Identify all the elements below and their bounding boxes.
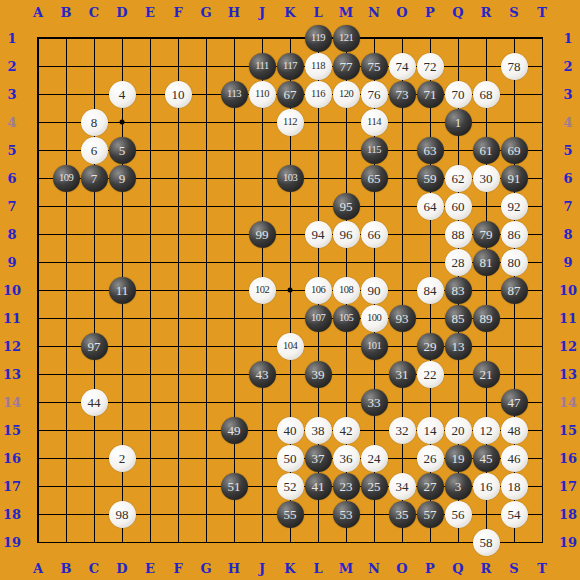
row-label-3: 3 [7, 88, 16, 101]
stone-white-Q15: 20 [445, 417, 472, 444]
stone-black-P3: 71 [417, 81, 444, 108]
stone-black-D6: 9 [109, 165, 136, 192]
row-label-15: 15 [559, 424, 577, 437]
row-label-18: 18 [3, 508, 21, 521]
stone-white-S15: 48 [501, 417, 528, 444]
stone-black-H17: 51 [221, 473, 248, 500]
row-label-13: 13 [559, 368, 577, 381]
stone-black-L1: 119 [305, 25, 332, 52]
column-label-E: E [145, 6, 155, 19]
stone-black-R9: 81 [473, 249, 500, 276]
stone-black-M17: 23 [333, 473, 360, 500]
stone-white-C4: 8 [81, 109, 108, 136]
stone-black-N14: 33 [361, 389, 388, 416]
stone-black-N12: 101 [361, 333, 388, 360]
stone-white-N3: 76 [361, 81, 388, 108]
stone-black-S10: 87 [501, 277, 528, 304]
stone-black-M2: 77 [333, 53, 360, 80]
go-board[interactable]: 1234567891011121314161819202122232425262… [24, 24, 556, 556]
row-label-14: 14 [3, 396, 21, 409]
stone-white-M10: 108 [333, 277, 360, 304]
stone-black-J13: 43 [249, 361, 276, 388]
stone-white-S8: 86 [501, 221, 528, 248]
stone-white-L8: 94 [305, 221, 332, 248]
row-label-11: 11 [559, 312, 577, 325]
stone-white-P2: 72 [417, 53, 444, 80]
stone-black-K3: 67 [277, 81, 304, 108]
stone-white-N4: 114 [361, 109, 388, 136]
column-label-D: D [116, 6, 127, 19]
row-labels-left: 12345678910111213141516171819 [0, 24, 24, 556]
stone-black-O18: 35 [389, 501, 416, 528]
stone-white-S2: 78 [501, 53, 528, 80]
stone-black-Q4: 1 [445, 109, 472, 136]
stone-white-J10: 102 [249, 277, 276, 304]
stone-white-Q6: 62 [445, 165, 472, 192]
column-label-T: T [537, 6, 547, 19]
row-label-2: 2 [7, 60, 16, 73]
stone-white-R6: 30 [473, 165, 500, 192]
stone-white-N10: 90 [361, 277, 388, 304]
stone-white-R19: 58 [473, 529, 500, 556]
stone-white-C5: 6 [81, 137, 108, 164]
column-label-R: R [481, 6, 492, 19]
stone-white-P10: 84 [417, 277, 444, 304]
stone-black-P18: 57 [417, 501, 444, 528]
column-label-N: N [368, 562, 380, 575]
stone-black-R8: 79 [473, 221, 500, 248]
stone-black-N6: 65 [361, 165, 388, 192]
stone-white-M16: 36 [333, 445, 360, 472]
column-label-M: M [339, 6, 353, 19]
stone-white-D18: 98 [109, 501, 136, 528]
stone-black-S5: 69 [501, 137, 528, 164]
column-label-H: H [228, 6, 240, 19]
stone-white-K15: 40 [277, 417, 304, 444]
stone-black-P5: 63 [417, 137, 444, 164]
stone-black-M18: 53 [333, 501, 360, 528]
stone-black-R11: 89 [473, 305, 500, 332]
stone-white-N8: 66 [361, 221, 388, 248]
stone-white-Q8: 88 [445, 221, 472, 248]
column-label-O: O [396, 562, 407, 575]
stone-white-R3: 68 [473, 81, 500, 108]
stone-black-K18: 55 [277, 501, 304, 528]
column-label-B: B [61, 6, 72, 19]
row-label-10: 10 [3, 284, 21, 297]
row-label-1: 1 [7, 32, 16, 45]
row-label-12: 12 [559, 340, 577, 353]
row-label-1: 1 [563, 32, 572, 45]
star-point-D4 [120, 120, 125, 125]
column-label-J: J [259, 562, 265, 575]
stone-white-M3: 120 [333, 81, 360, 108]
column-label-J: J [259, 6, 265, 19]
column-label-L: L [313, 562, 322, 575]
row-label-6: 6 [7, 172, 16, 185]
stone-black-Q17: 3 [445, 473, 472, 500]
stone-black-D10: 11 [109, 277, 136, 304]
column-label-Q: Q [452, 6, 463, 19]
column-label-A: A [33, 6, 43, 19]
column-label-P: P [425, 6, 435, 19]
row-label-5: 5 [7, 144, 16, 157]
stone-white-K4: 112 [277, 109, 304, 136]
stone-black-S6: 91 [501, 165, 528, 192]
stone-white-R15: 12 [473, 417, 500, 444]
stone-black-Q16: 19 [445, 445, 472, 472]
stone-white-S7: 92 [501, 193, 528, 220]
stone-white-Q7: 60 [445, 193, 472, 220]
stone-black-N17: 25 [361, 473, 388, 500]
row-label-11: 11 [3, 312, 21, 325]
stone-black-Q12: 13 [445, 333, 472, 360]
stone-white-P13: 22 [417, 361, 444, 388]
stone-white-S9: 80 [501, 249, 528, 276]
stone-white-L15: 38 [305, 417, 332, 444]
stone-black-P17: 27 [417, 473, 444, 500]
stone-black-S14: 47 [501, 389, 528, 416]
stone-white-D16: 2 [109, 445, 136, 472]
stone-white-N11: 100 [361, 305, 388, 332]
row-label-12: 12 [3, 340, 21, 353]
row-label-9: 9 [563, 256, 572, 269]
column-label-M: M [339, 562, 353, 575]
column-label-P: P [425, 562, 435, 575]
stone-black-B6: 109 [53, 165, 80, 192]
stone-white-M15: 42 [333, 417, 360, 444]
stone-black-J2: 111 [249, 53, 276, 80]
stone-black-R16: 45 [473, 445, 500, 472]
stone-black-L16: 37 [305, 445, 332, 472]
stone-white-O15: 32 [389, 417, 416, 444]
stone-white-F3: 10 [165, 81, 192, 108]
stone-white-C14: 44 [81, 389, 108, 416]
column-label-S: S [509, 562, 518, 575]
column-label-D: D [116, 562, 127, 575]
stone-white-S16: 46 [501, 445, 528, 472]
column-label-K: K [284, 562, 295, 575]
column-label-H: H [228, 562, 240, 575]
column-labels-top: ABCDEFGHJKLMNOPQRST [24, 0, 556, 24]
column-label-E: E [145, 562, 155, 575]
stone-black-K6: 103 [277, 165, 304, 192]
stone-black-H15: 49 [221, 417, 248, 444]
stone-white-S17: 18 [501, 473, 528, 500]
column-label-C: C [89, 562, 99, 575]
stone-black-C12: 97 [81, 333, 108, 360]
row-label-16: 16 [559, 452, 577, 465]
stone-white-L3: 116 [305, 81, 332, 108]
stone-black-L17: 41 [305, 473, 332, 500]
column-label-C: C [89, 6, 99, 19]
stone-black-L13: 39 [305, 361, 332, 388]
stone-white-Q3: 70 [445, 81, 472, 108]
stone-black-O3: 73 [389, 81, 416, 108]
row-label-7: 7 [563, 200, 572, 213]
stone-black-N2: 75 [361, 53, 388, 80]
stone-white-L2: 118 [305, 53, 332, 80]
stone-black-K2: 117 [277, 53, 304, 80]
column-labels-bottom: ABCDEFGHJKLMNOPQRST [24, 556, 556, 580]
column-label-G: G [200, 6, 211, 19]
stone-white-Q18: 56 [445, 501, 472, 528]
row-label-15: 15 [3, 424, 21, 437]
row-label-16: 16 [3, 452, 21, 465]
column-label-L: L [313, 6, 322, 19]
stone-white-O17: 34 [389, 473, 416, 500]
stone-black-P12: 29 [417, 333, 444, 360]
row-label-3: 3 [563, 88, 572, 101]
row-label-5: 5 [563, 144, 572, 157]
row-label-19: 19 [3, 536, 21, 549]
column-label-K: K [284, 6, 295, 19]
row-label-8: 8 [563, 228, 572, 241]
stone-black-R5: 61 [473, 137, 500, 164]
stone-white-S18: 54 [501, 501, 528, 528]
stone-black-M7: 95 [333, 193, 360, 220]
stone-black-M11: 105 [333, 305, 360, 332]
star-point-K10 [288, 288, 293, 293]
stone-black-O13: 31 [389, 361, 416, 388]
stone-black-J8: 99 [249, 221, 276, 248]
stone-white-D3: 4 [109, 81, 136, 108]
stone-white-P16: 26 [417, 445, 444, 472]
column-label-A: A [33, 562, 43, 575]
row-label-17: 17 [3, 480, 21, 493]
column-label-F: F [173, 6, 182, 19]
stone-black-C6: 7 [81, 165, 108, 192]
row-labels-right: 12345678910111213141516171819 [556, 24, 580, 556]
stone-white-L10: 106 [305, 277, 332, 304]
stone-black-Q10: 83 [445, 277, 472, 304]
stone-black-Q11: 85 [445, 305, 472, 332]
column-label-B: B [61, 562, 72, 575]
stone-white-K16: 50 [277, 445, 304, 472]
row-label-17: 17 [559, 480, 577, 493]
stone-white-O2: 74 [389, 53, 416, 80]
stone-white-Q9: 28 [445, 249, 472, 276]
row-label-18: 18 [559, 508, 577, 521]
row-label-4: 4 [563, 116, 572, 129]
column-label-R: R [481, 562, 492, 575]
stone-white-P15: 14 [417, 417, 444, 444]
column-label-S: S [509, 6, 518, 19]
stone-black-H3: 113 [221, 81, 248, 108]
row-label-8: 8 [7, 228, 16, 241]
stone-black-O11: 93 [389, 305, 416, 332]
row-label-9: 9 [7, 256, 16, 269]
stone-black-N5: 115 [361, 137, 388, 164]
row-label-10: 10 [559, 284, 577, 297]
row-label-6: 6 [563, 172, 572, 185]
stone-black-D5: 5 [109, 137, 136, 164]
stone-black-R13: 21 [473, 361, 500, 388]
stone-white-P7: 64 [417, 193, 444, 220]
column-label-N: N [368, 6, 380, 19]
column-label-O: O [396, 6, 407, 19]
row-label-13: 13 [3, 368, 21, 381]
row-label-14: 14 [559, 396, 577, 409]
stone-white-J3: 110 [249, 81, 276, 108]
stone-white-K12: 104 [277, 333, 304, 360]
column-label-G: G [200, 562, 211, 575]
column-label-Q: Q [452, 562, 463, 575]
column-label-F: F [173, 562, 182, 575]
stone-white-R17: 16 [473, 473, 500, 500]
column-label-T: T [537, 562, 547, 575]
stone-black-P6: 59 [417, 165, 444, 192]
stone-white-K17: 52 [277, 473, 304, 500]
row-label-2: 2 [563, 60, 572, 73]
stone-white-N16: 24 [361, 445, 388, 472]
row-label-19: 19 [559, 536, 577, 549]
row-label-4: 4 [7, 116, 16, 129]
row-label-7: 7 [7, 200, 16, 213]
stone-white-M8: 96 [333, 221, 360, 248]
stone-black-L11: 107 [305, 305, 332, 332]
stone-black-M1: 121 [333, 25, 360, 52]
